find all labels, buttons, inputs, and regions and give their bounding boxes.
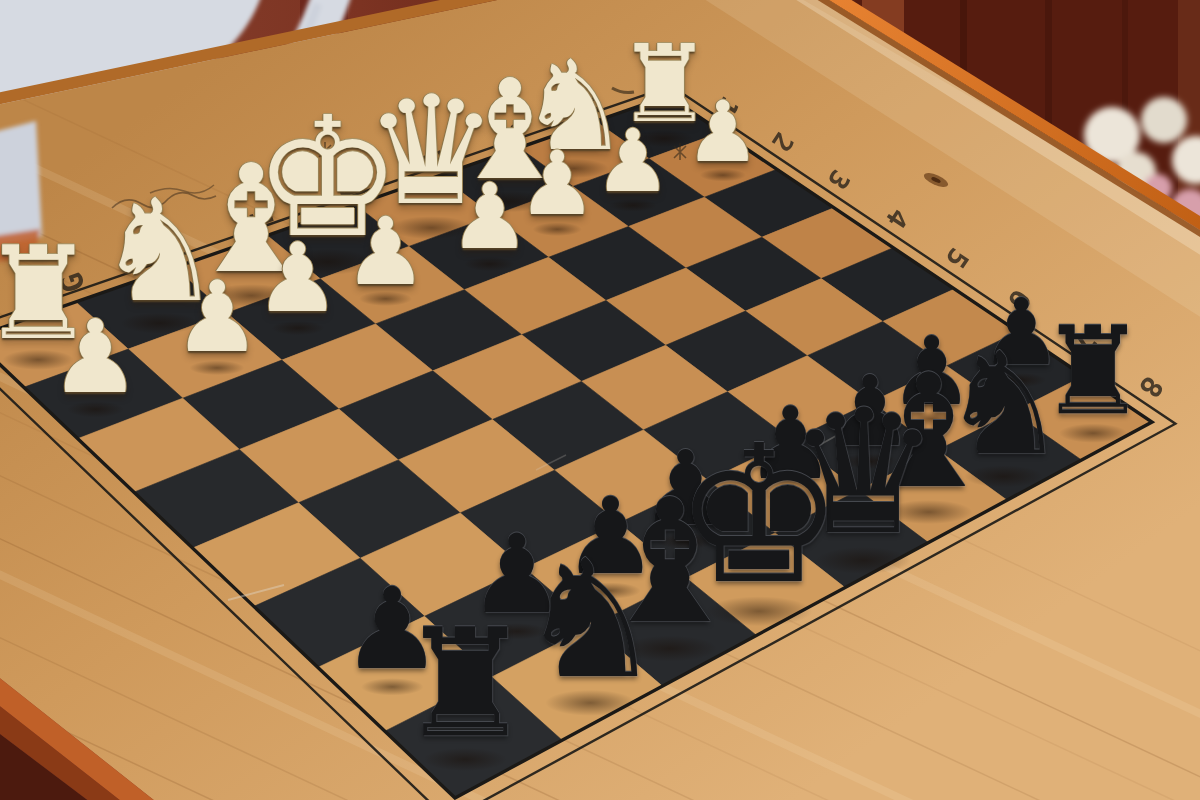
piece-white-pawn-a2[interactable]: ♟: [685, 90, 760, 174]
piece-white-pawn-g2[interactable]: ♟: [173, 268, 261, 366]
piece-white-pawn-b2[interactable]: ♟: [594, 118, 672, 205]
chess-photo-scene: ABCDEFGH12345678 ♜♞♟♝♟♛♟♚♟♝♟♞♟♜♟♟♟♟♜♟♞♟♝…: [0, 0, 1200, 800]
pieces-layer: ♜♞♟♝♟♛♟♚♟♝♟♞♟♜♟♟♟♟♜♟♞♟♝♟♛♟♚♟♝♟♞♜: [0, 0, 1200, 800]
piece-white-pawn-d2[interactable]: ♟: [449, 172, 530, 263]
piece-black-rook-h8[interactable]: ♜: [398, 609, 532, 758]
piece-white-pawn-e2[interactable]: ♟: [344, 205, 428, 298]
piece-black-knight-g8[interactable]: ♞: [517, 538, 663, 701]
piece-white-pawn-f2[interactable]: ♟: [255, 231, 341, 327]
piece-white-pawn-h2[interactable]: ♟: [50, 307, 141, 409]
